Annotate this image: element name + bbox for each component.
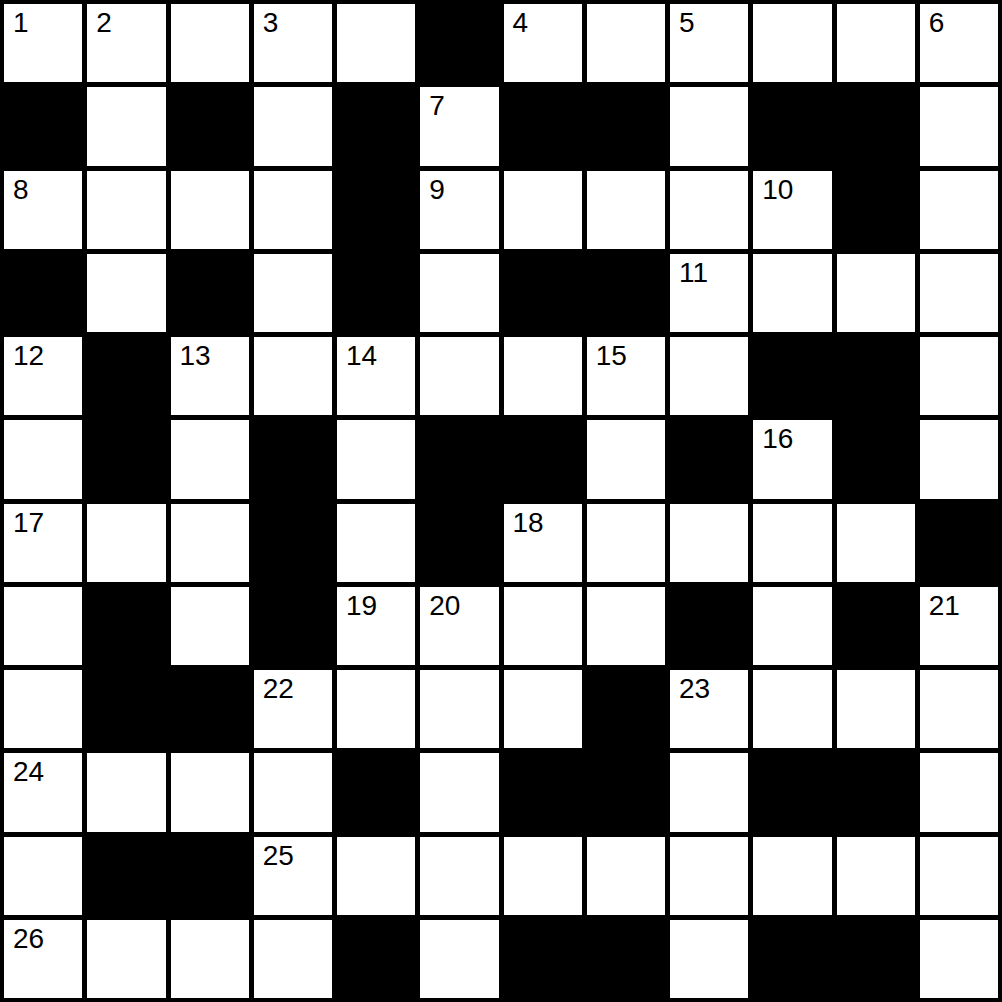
- white-cell-r4c8[interactable]: [670, 337, 748, 415]
- clue-number: 21: [929, 590, 960, 622]
- white-cell-r4c0[interactable]: 12: [4, 337, 82, 415]
- white-cell-r0c2[interactable]: [171, 4, 249, 82]
- clue-number: 7: [429, 90, 445, 122]
- white-cell-r10c11[interactable]: [920, 837, 998, 915]
- black-cell-r4c10: [837, 337, 915, 415]
- white-cell-r10c8[interactable]: [670, 837, 748, 915]
- white-cell-r7c0[interactable]: [4, 587, 82, 665]
- black-cell-r11c9: [753, 920, 831, 998]
- white-cell-r8c0[interactable]: [4, 670, 82, 748]
- white-cell-r6c6[interactable]: 18: [504, 504, 582, 582]
- white-cell-r7c9[interactable]: [753, 587, 831, 665]
- white-cell-r4c5[interactable]: [420, 337, 498, 415]
- white-cell-r9c0[interactable]: 24: [4, 753, 82, 831]
- white-cell-r5c7[interactable]: [587, 420, 665, 498]
- black-cell-r6c11: [920, 504, 998, 582]
- black-cell-r5c1: [87, 420, 165, 498]
- white-cell-r6c7[interactable]: [587, 504, 665, 582]
- white-cell-r6c4[interactable]: [337, 504, 415, 582]
- black-cell-r5c8: [670, 420, 748, 498]
- black-cell-r7c1: [87, 587, 165, 665]
- white-cell-r8c3[interactable]: 22: [254, 670, 332, 748]
- white-cell-r10c5[interactable]: [420, 837, 498, 915]
- black-cell-r3c0: [4, 254, 82, 332]
- white-cell-r11c11[interactable]: [920, 920, 998, 998]
- white-cell-r0c9[interactable]: [753, 4, 831, 82]
- black-cell-r9c7: [587, 753, 665, 831]
- white-cell-r3c10[interactable]: [837, 254, 915, 332]
- black-cell-r4c9: [753, 337, 831, 415]
- black-cell-r8c2: [171, 670, 249, 748]
- black-cell-r1c9: [753, 87, 831, 165]
- black-cell-r7c3: [254, 587, 332, 665]
- clue-number: 1: [13, 7, 29, 39]
- clue-number: 23: [679, 673, 710, 705]
- white-cell-r10c7[interactable]: [587, 837, 665, 915]
- black-cell-r5c10: [837, 420, 915, 498]
- white-cell-r2c11[interactable]: [920, 171, 998, 249]
- white-cell-r1c5[interactable]: 7: [420, 87, 498, 165]
- white-cell-r10c10[interactable]: [837, 837, 915, 915]
- white-cell-r1c1[interactable]: [87, 87, 165, 165]
- clue-number: 15: [596, 340, 627, 372]
- white-cell-r9c1[interactable]: [87, 753, 165, 831]
- white-cell-r6c1[interactable]: [87, 504, 165, 582]
- clue-number: 18: [513, 507, 544, 539]
- black-cell-r11c7: [587, 920, 665, 998]
- white-cell-r11c5[interactable]: [420, 920, 498, 998]
- black-cell-r11c6: [504, 920, 582, 998]
- black-cell-r9c10: [837, 753, 915, 831]
- white-cell-r7c7[interactable]: [587, 587, 665, 665]
- black-cell-r10c2: [171, 837, 249, 915]
- clue-number: 5: [679, 7, 695, 39]
- white-cell-r2c8[interactable]: [670, 171, 748, 249]
- white-cell-r11c2[interactable]: [171, 920, 249, 998]
- clue-number: 16: [762, 423, 793, 455]
- white-cell-r0c4[interactable]: [337, 4, 415, 82]
- clue-number: 6: [929, 7, 945, 39]
- white-cell-r5c11[interactable]: [920, 420, 998, 498]
- white-cell-r4c11[interactable]: [920, 337, 998, 415]
- white-cell-r9c2[interactable]: [171, 753, 249, 831]
- clue-number: 8: [13, 174, 29, 206]
- black-cell-r1c7: [587, 87, 665, 165]
- white-cell-r2c7[interactable]: [587, 171, 665, 249]
- clue-number: 24: [13, 756, 44, 788]
- white-cell-r7c5[interactable]: 20: [420, 587, 498, 665]
- white-cell-r9c11[interactable]: [920, 753, 998, 831]
- black-cell-r10c1: [87, 837, 165, 915]
- white-cell-r2c1[interactable]: [87, 171, 165, 249]
- white-cell-r4c2[interactable]: 13: [171, 337, 249, 415]
- black-cell-r11c4: [337, 920, 415, 998]
- white-cell-r3c9[interactable]: [753, 254, 831, 332]
- black-cell-r9c9: [753, 753, 831, 831]
- white-cell-r8c6[interactable]: [504, 670, 582, 748]
- white-cell-r10c6[interactable]: [504, 837, 582, 915]
- white-cell-r6c8[interactable]: [670, 504, 748, 582]
- white-cell-r10c0[interactable]: [4, 837, 82, 915]
- white-cell-r5c4[interactable]: [337, 420, 415, 498]
- black-cell-r2c10: [837, 171, 915, 249]
- white-cell-r9c3[interactable]: [254, 753, 332, 831]
- black-cell-r5c5: [420, 420, 498, 498]
- black-cell-r3c2: [171, 254, 249, 332]
- clue-number: 26: [13, 923, 44, 955]
- black-cell-r6c3: [254, 504, 332, 582]
- clue-number: 14: [346, 340, 377, 372]
- white-cell-r2c9[interactable]: 10: [753, 171, 831, 249]
- black-cell-r8c7: [587, 670, 665, 748]
- white-cell-r2c5[interactable]: 9: [420, 171, 498, 249]
- white-cell-r10c3[interactable]: 25: [254, 837, 332, 915]
- black-cell-r5c3: [254, 420, 332, 498]
- black-cell-r11c10: [837, 920, 915, 998]
- white-cell-r4c4[interactable]: 14: [337, 337, 415, 415]
- white-cell-r0c7[interactable]: [587, 4, 665, 82]
- white-cell-r5c2[interactable]: [171, 420, 249, 498]
- black-cell-r9c4: [337, 753, 415, 831]
- white-cell-r9c5[interactable]: [420, 753, 498, 831]
- white-cell-r7c2[interactable]: [171, 587, 249, 665]
- white-cell-r0c10[interactable]: [837, 4, 915, 82]
- clue-number: 4: [513, 7, 529, 39]
- clue-number: 22: [263, 673, 294, 705]
- white-cell-r10c4[interactable]: [337, 837, 415, 915]
- clue-number: 12: [13, 340, 44, 372]
- white-cell-r2c2[interactable]: [171, 171, 249, 249]
- crossword-grid: 1234567891011121314151617181920212223242…: [0, 0, 1002, 1002]
- white-cell-r2c0[interactable]: 8: [4, 171, 82, 249]
- white-cell-r4c3[interactable]: [254, 337, 332, 415]
- clue-number: 3: [263, 7, 279, 39]
- white-cell-r6c9[interactable]: [753, 504, 831, 582]
- white-cell-r8c9[interactable]: [753, 670, 831, 748]
- white-cell-r8c10[interactable]: [837, 670, 915, 748]
- white-cell-r0c0[interactable]: 1: [4, 4, 82, 82]
- black-cell-r9c6: [504, 753, 582, 831]
- white-cell-r2c3[interactable]: [254, 171, 332, 249]
- white-cell-r11c8[interactable]: [670, 920, 748, 998]
- white-cell-r3c3[interactable]: [254, 254, 332, 332]
- white-cell-r8c4[interactable]: [337, 670, 415, 748]
- black-cell-r0c5: [420, 4, 498, 82]
- white-cell-r0c11[interactable]: 6: [920, 4, 998, 82]
- white-cell-r6c0[interactable]: 17: [4, 504, 82, 582]
- clue-number: 19: [346, 590, 377, 622]
- white-cell-r7c11[interactable]: 21: [920, 587, 998, 665]
- white-cell-r9c8[interactable]: [670, 753, 748, 831]
- white-cell-r4c7[interactable]: 15: [587, 337, 665, 415]
- black-cell-r1c0: [4, 87, 82, 165]
- black-cell-r1c2: [171, 87, 249, 165]
- black-cell-r2c4: [337, 171, 415, 249]
- clue-number: 11: [679, 257, 708, 289]
- white-cell-r7c4[interactable]: 19: [337, 587, 415, 665]
- clue-number: 25: [263, 840, 294, 872]
- white-cell-r0c6[interactable]: 4: [504, 4, 582, 82]
- white-cell-r8c5[interactable]: [420, 670, 498, 748]
- clue-number: 20: [429, 590, 460, 622]
- white-cell-r5c0[interactable]: [4, 420, 82, 498]
- white-cell-r1c8[interactable]: [670, 87, 748, 165]
- clue-number: 9: [429, 174, 445, 206]
- black-cell-r6c5: [420, 504, 498, 582]
- white-cell-r11c0[interactable]: 26: [4, 920, 82, 998]
- white-cell-r8c8[interactable]: 23: [670, 670, 748, 748]
- white-cell-r3c8[interactable]: 11: [670, 254, 748, 332]
- black-cell-r8c1: [87, 670, 165, 748]
- white-cell-r1c3[interactable]: [254, 87, 332, 165]
- white-cell-r8c11[interactable]: [920, 670, 998, 748]
- white-cell-r6c2[interactable]: [171, 504, 249, 582]
- black-cell-r1c6: [504, 87, 582, 165]
- white-cell-r11c1[interactable]: [87, 920, 165, 998]
- black-cell-r5c6: [504, 420, 582, 498]
- white-cell-r1c11[interactable]: [920, 87, 998, 165]
- white-cell-r5c9[interactable]: 16: [753, 420, 831, 498]
- white-cell-r7c6[interactable]: [504, 587, 582, 665]
- white-cell-r2c6[interactable]: [504, 171, 582, 249]
- black-cell-r3c6: [504, 254, 582, 332]
- black-cell-r4c1: [87, 337, 165, 415]
- white-cell-r3c1[interactable]: [87, 254, 165, 332]
- black-cell-r1c4: [337, 87, 415, 165]
- clue-number: 10: [762, 174, 793, 206]
- black-cell-r3c4: [337, 254, 415, 332]
- black-cell-r7c10: [837, 587, 915, 665]
- white-cell-r10c9[interactable]: [753, 837, 831, 915]
- white-cell-r0c1[interactable]: 2: [87, 4, 165, 82]
- white-cell-r4c6[interactable]: [504, 337, 582, 415]
- black-cell-r1c10: [837, 87, 915, 165]
- white-cell-r3c11[interactable]: [920, 254, 998, 332]
- clue-number: 2: [96, 7, 112, 39]
- white-cell-r6c10[interactable]: [837, 504, 915, 582]
- white-cell-r3c5[interactable]: [420, 254, 498, 332]
- white-cell-r0c8[interactable]: 5: [670, 4, 748, 82]
- white-cell-r11c3[interactable]: [254, 920, 332, 998]
- black-cell-r3c7: [587, 254, 665, 332]
- clue-number: 17: [13, 507, 44, 539]
- white-cell-r0c3[interactable]: 3: [254, 4, 332, 82]
- black-cell-r7c8: [670, 587, 748, 665]
- clue-number: 13: [180, 340, 211, 372]
